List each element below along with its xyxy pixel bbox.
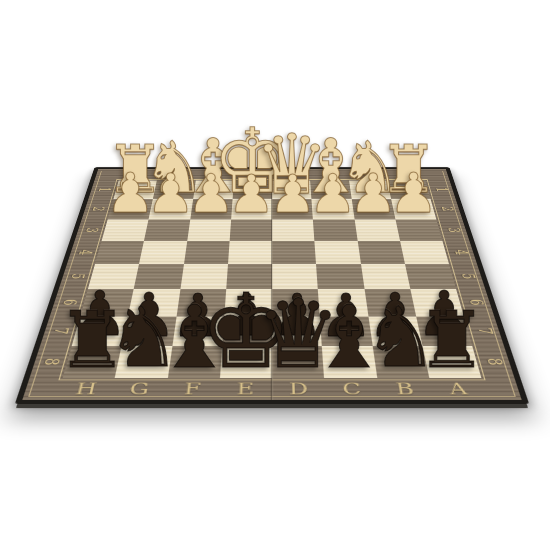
square-d4[interactable] (272, 241, 316, 264)
rank-label-left-4: 4 (60, 246, 107, 259)
square-c4[interactable] (315, 241, 361, 264)
piece-white-pawn-e2[interactable]: ♟ (228, 168, 275, 220)
square-e4[interactable] (228, 241, 272, 264)
board-photo-stage: 12345678 12345678 HGFEDCBA ♜♞♝♚♛♝♞♜♟♟♟♟♟… (0, 0, 550, 550)
piece-white-pawn-a2[interactable]: ♟ (389, 166, 438, 221)
square-b4[interactable] (357, 241, 405, 264)
square-f4[interactable] (184, 241, 230, 264)
piece-black-rook-a8[interactable]: ♜ (417, 301, 487, 379)
square-g4[interactable] (139, 241, 187, 264)
rank-label-right-3: 3 (430, 224, 476, 236)
rank-label-right-4: 4 (436, 246, 483, 259)
rank-label-left-3: 3 (68, 224, 114, 236)
